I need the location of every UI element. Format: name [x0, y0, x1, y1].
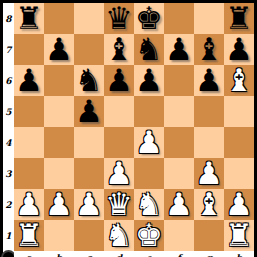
rank-label-6: 6	[3, 65, 14, 96]
square-b2[interactable]: ♟	[44, 189, 74, 220]
white-rook[interactable]: ♜	[15, 220, 43, 251]
rank-label-1: 1	[3, 220, 14, 251]
chess-board: 8♜♛♚♜7♟♝♞♟♝♟6♟♞♟♟♟♝5♟4♟3♟♟2♟♟♟♛♞♟♝♟1♜♞♚♜…	[0, 0, 257, 257]
square-g1[interactable]	[194, 220, 224, 251]
square-c8[interactable]	[74, 3, 104, 34]
black-bishop[interactable]: ♝	[195, 34, 223, 65]
square-g4[interactable]	[194, 127, 224, 158]
file-label-h: h	[224, 251, 254, 257]
black-bishop[interactable]: ♝	[105, 34, 133, 65]
square-b8[interactable]	[44, 3, 74, 34]
square-b1[interactable]	[44, 220, 74, 251]
white-pawn[interactable]: ♟	[15, 189, 43, 220]
square-h6[interactable]: ♝	[224, 65, 254, 96]
square-f1[interactable]	[164, 220, 194, 251]
white-bishop[interactable]: ♝	[195, 189, 223, 220]
white-pawn[interactable]: ♟	[195, 158, 223, 189]
square-e2[interactable]: ♞	[134, 189, 164, 220]
rank-label-4: 4	[3, 127, 14, 158]
black-knight[interactable]: ♞	[135, 34, 163, 65]
square-g2[interactable]: ♝	[194, 189, 224, 220]
black-pawn[interactable]: ♟	[165, 34, 193, 65]
square-c3[interactable]	[74, 158, 104, 189]
white-pawn[interactable]: ♟	[165, 189, 193, 220]
black-queen[interactable]: ♛	[105, 3, 133, 34]
square-c4[interactable]	[74, 127, 104, 158]
square-f6[interactable]	[164, 65, 194, 96]
square-a1[interactable]: ♜	[14, 220, 44, 251]
square-g8[interactable]	[194, 3, 224, 34]
square-a5[interactable]	[14, 96, 44, 127]
square-f3[interactable]	[164, 158, 194, 189]
white-pawn[interactable]: ♟	[75, 189, 103, 220]
square-g3[interactable]: ♟	[194, 158, 224, 189]
square-h4[interactable]	[224, 127, 254, 158]
square-f5[interactable]	[164, 96, 194, 127]
square-h1[interactable]: ♜	[224, 220, 254, 251]
rank-label-2: 2	[3, 189, 14, 220]
square-g6[interactable]: ♟	[194, 65, 224, 96]
black-pawn[interactable]: ♟	[75, 96, 103, 127]
square-e3[interactable]	[134, 158, 164, 189]
white-king[interactable]: ♚	[135, 220, 163, 251]
square-a2[interactable]: ♟	[14, 189, 44, 220]
black-pawn[interactable]: ♟	[225, 34, 253, 65]
square-f2[interactable]: ♟	[164, 189, 194, 220]
square-d3[interactable]: ♟	[104, 158, 134, 189]
white-knight[interactable]: ♞	[135, 189, 163, 220]
rank-label-8: 8	[3, 3, 14, 34]
square-a3[interactable]	[14, 158, 44, 189]
square-h5[interactable]	[224, 96, 254, 127]
white-rook[interactable]: ♜	[225, 220, 253, 251]
square-b7[interactable]: ♟	[44, 34, 74, 65]
file-label-a: a	[14, 251, 44, 257]
square-e7[interactable]: ♞	[134, 34, 164, 65]
file-label-b: b	[44, 251, 74, 257]
square-b6[interactable]	[44, 65, 74, 96]
square-e6[interactable]: ♟	[134, 65, 164, 96]
white-pawn[interactable]: ♟	[225, 189, 253, 220]
square-a4[interactable]	[14, 127, 44, 158]
board-grid: 8♜♛♚♜7♟♝♞♟♝♟6♟♞♟♟♟♝5♟4♟3♟♟2♟♟♟♛♞♟♝♟1♜♞♚♜…	[3, 3, 254, 254]
white-pawn[interactable]: ♟	[135, 127, 163, 158]
black-pawn[interactable]: ♟	[195, 65, 223, 96]
white-queen[interactable]: ♛	[105, 189, 133, 220]
square-f8[interactable]	[164, 3, 194, 34]
white-knight[interactable]: ♞	[105, 220, 133, 251]
square-b4[interactable]	[44, 127, 74, 158]
black-pawn[interactable]: ♟	[45, 34, 73, 65]
white-bishop[interactable]: ♝	[225, 65, 253, 96]
square-h8[interactable]: ♜	[224, 3, 254, 34]
square-a7[interactable]	[14, 34, 44, 65]
square-d4[interactable]	[104, 127, 134, 158]
side-to-move-corner	[3, 251, 14, 257]
square-g5[interactable]	[194, 96, 224, 127]
square-d1[interactable]: ♞	[104, 220, 134, 251]
square-d5[interactable]	[104, 96, 134, 127]
white-pawn[interactable]: ♟	[45, 189, 73, 220]
square-c6[interactable]: ♞	[74, 65, 104, 96]
file-label-g: g	[194, 251, 224, 257]
black-rook[interactable]: ♜	[15, 3, 43, 34]
square-h2[interactable]: ♟	[224, 189, 254, 220]
black-king[interactable]: ♚	[135, 3, 163, 34]
square-e5[interactable]	[134, 96, 164, 127]
black-pawn[interactable]: ♟	[135, 65, 163, 96]
square-a6[interactable]: ♟	[14, 65, 44, 96]
square-f4[interactable]	[164, 127, 194, 158]
square-h3[interactable]	[224, 158, 254, 189]
square-h7[interactable]: ♟	[224, 34, 254, 65]
black-rook[interactable]: ♜	[225, 3, 253, 34]
square-d7[interactable]: ♝	[104, 34, 134, 65]
square-d8[interactable]: ♛	[104, 3, 134, 34]
square-c5[interactable]: ♟	[74, 96, 104, 127]
square-a8[interactable]: ♜	[14, 3, 44, 34]
square-b3[interactable]	[44, 158, 74, 189]
square-b5[interactable]	[44, 96, 74, 127]
square-d6[interactable]: ♟	[104, 65, 134, 96]
square-e8[interactable]: ♚	[134, 3, 164, 34]
black-knight[interactable]: ♞	[75, 65, 103, 96]
file-label-e: e	[134, 251, 164, 257]
square-e1[interactable]: ♚	[134, 220, 164, 251]
rank-label-3: 3	[3, 158, 14, 189]
square-c1[interactable]	[74, 220, 104, 251]
rank-label-7: 7	[3, 34, 14, 65]
square-e4[interactable]: ♟	[134, 127, 164, 158]
square-g7[interactable]: ♝	[194, 34, 224, 65]
file-label-c: c	[74, 251, 104, 257]
file-label-d: d	[104, 251, 134, 257]
black-pawn[interactable]: ♟	[15, 65, 43, 96]
file-label-f: f	[164, 251, 194, 257]
square-f7[interactable]: ♟	[164, 34, 194, 65]
black-pawn[interactable]: ♟	[105, 65, 133, 96]
rank-label-5: 5	[3, 96, 14, 127]
square-d2[interactable]: ♛	[104, 189, 134, 220]
square-c7[interactable]	[74, 34, 104, 65]
white-pawn[interactable]: ♟	[105, 158, 133, 189]
square-c2[interactable]: ♟	[74, 189, 104, 220]
